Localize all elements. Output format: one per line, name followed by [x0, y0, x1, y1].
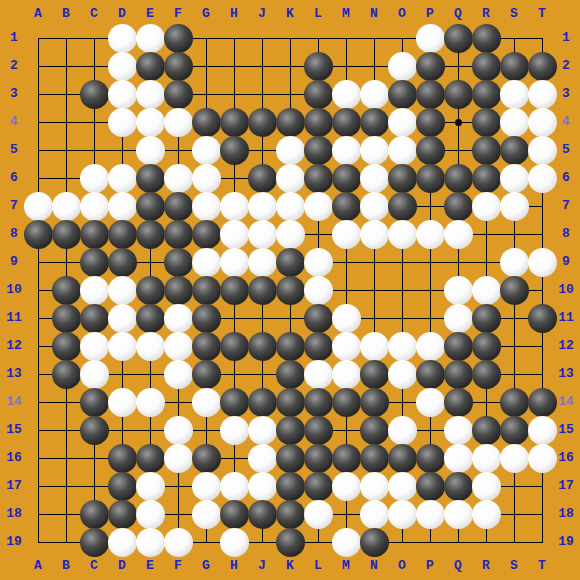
white-stone-E18[interactable]	[136, 500, 165, 529]
row-label-left: 1	[2, 31, 26, 45]
column-label-top: R	[474, 7, 498, 21]
black-stone-E7[interactable]	[136, 192, 165, 221]
white-stone-D10[interactable]	[108, 276, 137, 305]
white-stone-S4[interactable]	[500, 108, 529, 137]
white-stone-T6[interactable]	[528, 164, 557, 193]
white-stone-F15[interactable]	[164, 416, 193, 445]
white-stone-E12[interactable]	[136, 332, 165, 361]
black-stone-L12[interactable]	[304, 332, 333, 361]
white-stone-E14[interactable]	[136, 388, 165, 417]
white-stone-R16[interactable]	[472, 444, 501, 473]
black-stone-K13[interactable]	[276, 360, 305, 389]
white-stone-F12[interactable]	[164, 332, 193, 361]
black-stone-L5[interactable]	[304, 136, 333, 165]
black-stone-G13[interactable]	[192, 360, 221, 389]
black-stone-S2[interactable]	[500, 52, 529, 81]
black-stone-B13[interactable]	[52, 360, 81, 389]
white-stone-K5[interactable]	[276, 136, 305, 165]
black-stone-O6[interactable]	[388, 164, 417, 193]
row-label-left: 7	[2, 199, 26, 213]
white-stone-N8[interactable]	[360, 220, 389, 249]
row-label-right: 3	[554, 87, 578, 101]
white-stone-G6[interactable]	[192, 164, 221, 193]
column-label-top: L	[306, 7, 330, 21]
white-stone-M3[interactable]	[332, 80, 361, 109]
black-stone-H12[interactable]	[220, 332, 249, 361]
white-stone-D7[interactable]	[108, 192, 137, 221]
black-stone-K9[interactable]	[276, 248, 305, 277]
white-stone-D2[interactable]	[108, 52, 137, 81]
black-stone-H4[interactable]	[220, 108, 249, 137]
column-label-bottom: S	[502, 559, 526, 573]
black-stone-J10[interactable]	[248, 276, 277, 305]
black-stone-K17[interactable]	[276, 472, 305, 501]
black-stone-L4[interactable]	[304, 108, 333, 137]
black-stone-N19[interactable]	[360, 528, 389, 557]
black-stone-S10[interactable]	[500, 276, 529, 305]
black-stone-B12[interactable]	[52, 332, 81, 361]
row-label-right: 14	[554, 395, 578, 409]
white-stone-S9[interactable]	[500, 248, 529, 277]
column-label-bottom: A	[26, 559, 50, 573]
white-stone-N18[interactable]	[360, 500, 389, 529]
black-stone-K15[interactable]	[276, 416, 305, 445]
row-label-right: 5	[554, 143, 578, 157]
black-stone-Q6[interactable]	[444, 164, 473, 193]
row-label-left: 11	[2, 311, 26, 325]
row-label-left: 4	[2, 115, 26, 129]
black-stone-E2[interactable]	[136, 52, 165, 81]
row-label-right: 16	[554, 451, 578, 465]
black-stone-G12[interactable]	[192, 332, 221, 361]
white-stone-D11[interactable]	[108, 304, 137, 333]
black-stone-C3[interactable]	[80, 80, 109, 109]
black-stone-N4[interactable]	[360, 108, 389, 137]
white-stone-Q18[interactable]	[444, 500, 473, 529]
black-stone-T11[interactable]	[528, 304, 557, 333]
white-stone-D19[interactable]	[108, 528, 137, 557]
black-stone-C9[interactable]	[80, 248, 109, 277]
row-label-right: 2	[554, 59, 578, 73]
white-stone-G7[interactable]	[192, 192, 221, 221]
black-stone-L15[interactable]	[304, 416, 333, 445]
black-stone-R2[interactable]	[472, 52, 501, 81]
white-stone-O8[interactable]	[388, 220, 417, 249]
row-label-right: 19	[554, 535, 578, 549]
black-stone-K12[interactable]	[276, 332, 305, 361]
column-label-top: E	[138, 7, 162, 21]
column-label-bottom: B	[54, 559, 78, 573]
white-stone-M17[interactable]	[332, 472, 361, 501]
black-stone-R15[interactable]	[472, 416, 501, 445]
black-stone-C19[interactable]	[80, 528, 109, 557]
white-stone-O17[interactable]	[388, 472, 417, 501]
black-stone-L6[interactable]	[304, 164, 333, 193]
white-stone-K7[interactable]	[276, 192, 305, 221]
white-stone-L18[interactable]	[304, 500, 333, 529]
white-stone-S7[interactable]	[500, 192, 529, 221]
black-stone-J18[interactable]	[248, 500, 277, 529]
black-stone-L16[interactable]	[304, 444, 333, 473]
white-stone-A7[interactable]	[24, 192, 53, 221]
white-stone-Q15[interactable]	[444, 416, 473, 445]
black-stone-P16[interactable]	[416, 444, 445, 473]
black-stone-G16[interactable]	[192, 444, 221, 473]
black-stone-H14[interactable]	[220, 388, 249, 417]
black-stone-S15[interactable]	[500, 416, 529, 445]
row-label-left: 2	[2, 59, 26, 73]
white-stone-E5[interactable]	[136, 136, 165, 165]
white-stone-L10[interactable]	[304, 276, 333, 305]
white-stone-S16[interactable]	[500, 444, 529, 473]
white-stone-E3[interactable]	[136, 80, 165, 109]
black-stone-N14[interactable]	[360, 388, 389, 417]
black-stone-D9[interactable]	[108, 248, 137, 277]
black-stone-R6[interactable]	[472, 164, 501, 193]
white-stone-P14[interactable]	[416, 388, 445, 417]
black-stone-C8[interactable]	[80, 220, 109, 249]
black-stone-P13[interactable]	[416, 360, 445, 389]
white-stone-G5[interactable]	[192, 136, 221, 165]
black-stone-P2[interactable]	[416, 52, 445, 81]
row-label-right: 8	[554, 227, 578, 241]
black-stone-L14[interactable]	[304, 388, 333, 417]
black-stone-T2[interactable]	[528, 52, 557, 81]
white-stone-J9[interactable]	[248, 248, 277, 277]
black-stone-J12[interactable]	[248, 332, 277, 361]
black-stone-M4[interactable]	[332, 108, 361, 137]
row-label-left: 12	[2, 339, 26, 353]
black-stone-P5[interactable]	[416, 136, 445, 165]
white-stone-O18[interactable]	[388, 500, 417, 529]
white-stone-E17[interactable]	[136, 472, 165, 501]
row-label-right: 15	[554, 423, 578, 437]
white-stone-O4[interactable]	[388, 108, 417, 137]
column-label-top: M	[334, 7, 358, 21]
white-stone-C6[interactable]	[80, 164, 109, 193]
column-label-top: F	[166, 7, 190, 21]
black-stone-S14[interactable]	[500, 388, 529, 417]
column-label-bottom: K	[278, 559, 302, 573]
black-stone-H18[interactable]	[220, 500, 249, 529]
go-board: AABBCCDDEEFFGGHHJJKKLLMMNNOOPPQQRRSSTT11…	[0, 0, 580, 580]
row-label-left: 8	[2, 227, 26, 241]
white-stone-G18[interactable]	[192, 500, 221, 529]
white-stone-T15[interactable]	[528, 416, 557, 445]
white-stone-F11[interactable]	[164, 304, 193, 333]
black-stone-M7[interactable]	[332, 192, 361, 221]
black-stone-C11[interactable]	[80, 304, 109, 333]
column-label-bottom: C	[82, 559, 106, 573]
white-stone-E4[interactable]	[136, 108, 165, 137]
white-stone-M8[interactable]	[332, 220, 361, 249]
white-stone-R10[interactable]	[472, 276, 501, 305]
white-stone-O15[interactable]	[388, 416, 417, 445]
white-stone-C13[interactable]	[80, 360, 109, 389]
row-label-left: 5	[2, 143, 26, 157]
column-label-bottom: P	[418, 559, 442, 573]
black-stone-K14[interactable]	[276, 388, 305, 417]
black-stone-Q14[interactable]	[444, 388, 473, 417]
black-stone-M16[interactable]	[332, 444, 361, 473]
black-stone-F8[interactable]	[164, 220, 193, 249]
black-stone-H5[interactable]	[220, 136, 249, 165]
black-stone-F10[interactable]	[164, 276, 193, 305]
column-label-top: S	[502, 7, 526, 21]
white-stone-B7[interactable]	[52, 192, 81, 221]
white-stone-M12[interactable]	[332, 332, 361, 361]
white-stone-N3[interactable]	[360, 80, 389, 109]
white-stone-G9[interactable]	[192, 248, 221, 277]
column-label-bottom: N	[362, 559, 386, 573]
row-label-left: 3	[2, 87, 26, 101]
white-stone-H7[interactable]	[220, 192, 249, 221]
black-stone-R11[interactable]	[472, 304, 501, 333]
white-stone-R17[interactable]	[472, 472, 501, 501]
white-stone-J16[interactable]	[248, 444, 277, 473]
black-stone-L2[interactable]	[304, 52, 333, 81]
white-stone-O13[interactable]	[388, 360, 417, 389]
black-stone-J4[interactable]	[248, 108, 277, 137]
white-stone-H8[interactable]	[220, 220, 249, 249]
black-stone-C14[interactable]	[80, 388, 109, 417]
column-label-top: P	[418, 7, 442, 21]
column-label-top: N	[362, 7, 386, 21]
black-stone-R4[interactable]	[472, 108, 501, 137]
white-stone-H9[interactable]	[220, 248, 249, 277]
white-stone-D4[interactable]	[108, 108, 137, 137]
black-stone-E16[interactable]	[136, 444, 165, 473]
white-stone-D3[interactable]	[108, 80, 137, 109]
black-stone-Q1[interactable]	[444, 24, 473, 53]
column-label-top: H	[222, 7, 246, 21]
white-stone-C7[interactable]	[80, 192, 109, 221]
black-stone-N16[interactable]	[360, 444, 389, 473]
black-stone-P4[interactable]	[416, 108, 445, 137]
white-stone-Q16[interactable]	[444, 444, 473, 473]
white-stone-N12[interactable]	[360, 332, 389, 361]
black-stone-R13[interactable]	[472, 360, 501, 389]
black-stone-R12[interactable]	[472, 332, 501, 361]
white-stone-M19[interactable]	[332, 528, 361, 557]
black-stone-C15[interactable]	[80, 416, 109, 445]
row-label-left: 17	[2, 479, 26, 493]
column-label-bottom: H	[222, 559, 246, 573]
black-stone-E6[interactable]	[136, 164, 165, 193]
white-stone-P18[interactable]	[416, 500, 445, 529]
black-stone-K4[interactable]	[276, 108, 305, 137]
black-stone-B10[interactable]	[52, 276, 81, 305]
black-stone-L3[interactable]	[304, 80, 333, 109]
white-stone-Q8[interactable]	[444, 220, 473, 249]
white-stone-O12[interactable]	[388, 332, 417, 361]
white-stone-T5[interactable]	[528, 136, 557, 165]
black-stone-N15[interactable]	[360, 416, 389, 445]
black-stone-F2[interactable]	[164, 52, 193, 81]
black-stone-O3[interactable]	[388, 80, 417, 109]
column-label-top: D	[110, 7, 134, 21]
column-label-bottom: L	[306, 559, 330, 573]
black-stone-J6[interactable]	[248, 164, 277, 193]
black-stone-T14[interactable]	[528, 388, 557, 417]
black-stone-O7[interactable]	[388, 192, 417, 221]
black-stone-M14[interactable]	[332, 388, 361, 417]
white-stone-S6[interactable]	[500, 164, 529, 193]
black-stone-D8[interactable]	[108, 220, 137, 249]
black-stone-K19[interactable]	[276, 528, 305, 557]
white-stone-F6[interactable]	[164, 164, 193, 193]
white-stone-T9[interactable]	[528, 248, 557, 277]
black-stone-R1[interactable]	[472, 24, 501, 53]
white-stone-O2[interactable]	[388, 52, 417, 81]
white-stone-J8[interactable]	[248, 220, 277, 249]
black-stone-K10[interactable]	[276, 276, 305, 305]
row-label-left: 15	[2, 423, 26, 437]
black-stone-H10[interactable]	[220, 276, 249, 305]
black-stone-J14[interactable]	[248, 388, 277, 417]
black-stone-L17[interactable]	[304, 472, 333, 501]
black-stone-Q12[interactable]	[444, 332, 473, 361]
black-stone-F3[interactable]	[164, 80, 193, 109]
white-stone-P8[interactable]	[416, 220, 445, 249]
white-stone-H19[interactable]	[220, 528, 249, 557]
black-stone-D17[interactable]	[108, 472, 137, 501]
column-label-top: O	[390, 7, 414, 21]
row-label-right: 7	[554, 199, 578, 213]
white-stone-R18[interactable]	[472, 500, 501, 529]
black-stone-N13[interactable]	[360, 360, 389, 389]
white-stone-G17[interactable]	[192, 472, 221, 501]
black-stone-Q13[interactable]	[444, 360, 473, 389]
black-stone-R3[interactable]	[472, 80, 501, 109]
white-stone-T16[interactable]	[528, 444, 557, 473]
white-stone-E19[interactable]	[136, 528, 165, 557]
row-label-right: 18	[554, 507, 578, 521]
white-stone-D1[interactable]	[108, 24, 137, 53]
white-stone-C10[interactable]	[80, 276, 109, 305]
white-stone-T4[interactable]	[528, 108, 557, 137]
row-label-left: 14	[2, 395, 26, 409]
white-stone-L13[interactable]	[304, 360, 333, 389]
black-stone-S5[interactable]	[500, 136, 529, 165]
white-stone-L7[interactable]	[304, 192, 333, 221]
white-stone-N5[interactable]	[360, 136, 389, 165]
white-stone-D6[interactable]	[108, 164, 137, 193]
white-stone-N7[interactable]	[360, 192, 389, 221]
row-label-left: 10	[2, 283, 26, 297]
black-stone-A8[interactable]	[24, 220, 53, 249]
row-label-left: 19	[2, 535, 26, 549]
black-stone-M6[interactable]	[332, 164, 361, 193]
white-stone-P12[interactable]	[416, 332, 445, 361]
white-stone-F19[interactable]	[164, 528, 193, 557]
black-stone-G4[interactable]	[192, 108, 221, 137]
white-stone-E1[interactable]	[136, 24, 165, 53]
black-stone-F7[interactable]	[164, 192, 193, 221]
white-stone-M13[interactable]	[332, 360, 361, 389]
row-label-left: 6	[2, 171, 26, 185]
white-stone-T3[interactable]	[528, 80, 557, 109]
column-label-top: C	[82, 7, 106, 21]
column-label-top: G	[194, 7, 218, 21]
black-stone-K16[interactable]	[276, 444, 305, 473]
white-stone-D12[interactable]	[108, 332, 137, 361]
black-stone-K18[interactable]	[276, 500, 305, 529]
black-stone-G11[interactable]	[192, 304, 221, 333]
black-stone-G10[interactable]	[192, 276, 221, 305]
white-stone-O5[interactable]	[388, 136, 417, 165]
white-stone-H15[interactable]	[220, 416, 249, 445]
white-stone-L9[interactable]	[304, 248, 333, 277]
white-stone-C12[interactable]	[80, 332, 109, 361]
white-stone-F4[interactable]	[164, 108, 193, 137]
black-stone-E8[interactable]	[136, 220, 165, 249]
white-stone-D14[interactable]	[108, 388, 137, 417]
row-label-right: 10	[554, 283, 578, 297]
white-stone-P1[interactable]	[416, 24, 445, 53]
white-stone-Q10[interactable]	[444, 276, 473, 305]
white-stone-F16[interactable]	[164, 444, 193, 473]
white-stone-N17[interactable]	[360, 472, 389, 501]
white-stone-K8[interactable]	[276, 220, 305, 249]
black-stone-C18[interactable]	[80, 500, 109, 529]
black-stone-G8[interactable]	[192, 220, 221, 249]
black-stone-Q17[interactable]	[444, 472, 473, 501]
black-stone-Q3[interactable]	[444, 80, 473, 109]
black-stone-D16[interactable]	[108, 444, 137, 473]
white-stone-N6[interactable]	[360, 164, 389, 193]
column-label-bottom: J	[250, 559, 274, 573]
white-stone-S3[interactable]	[500, 80, 529, 109]
black-stone-R5[interactable]	[472, 136, 501, 165]
black-stone-F9[interactable]	[164, 248, 193, 277]
white-stone-J15[interactable]	[248, 416, 277, 445]
black-stone-B8[interactable]	[52, 220, 81, 249]
white-stone-J17[interactable]	[248, 472, 277, 501]
white-stone-R7[interactable]	[472, 192, 501, 221]
column-label-top: B	[54, 7, 78, 21]
black-stone-B11[interactable]	[52, 304, 81, 333]
black-stone-P3[interactable]	[416, 80, 445, 109]
white-stone-M5[interactable]	[332, 136, 361, 165]
black-stone-Q7[interactable]	[444, 192, 473, 221]
black-stone-E10[interactable]	[136, 276, 165, 305]
row-label-left: 16	[2, 451, 26, 465]
black-stone-P17[interactable]	[416, 472, 445, 501]
row-label-left: 18	[2, 507, 26, 521]
black-stone-P6[interactable]	[416, 164, 445, 193]
white-stone-F13[interactable]	[164, 360, 193, 389]
black-stone-O16[interactable]	[388, 444, 417, 473]
column-label-bottom: Q	[446, 559, 470, 573]
black-stone-E11[interactable]	[136, 304, 165, 333]
white-stone-K6[interactable]	[276, 164, 305, 193]
black-stone-F1[interactable]	[164, 24, 193, 53]
black-stone-D18[interactable]	[108, 500, 137, 529]
white-stone-G14[interactable]	[192, 388, 221, 417]
black-stone-L11[interactable]	[304, 304, 333, 333]
star-point	[455, 119, 462, 126]
column-label-bottom: M	[334, 559, 358, 573]
white-stone-H17[interactable]	[220, 472, 249, 501]
white-stone-Q11[interactable]	[444, 304, 473, 333]
column-label-bottom: O	[390, 559, 414, 573]
column-label-bottom: G	[194, 559, 218, 573]
white-stone-M11[interactable]	[332, 304, 361, 333]
column-label-bottom: F	[166, 559, 190, 573]
column-label-bottom: D	[110, 559, 134, 573]
white-stone-J7[interactable]	[248, 192, 277, 221]
